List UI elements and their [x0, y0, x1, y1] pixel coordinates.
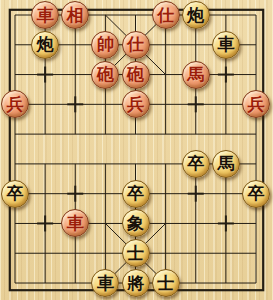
piece-red-chariot[interactable]: 車 [31, 1, 59, 29]
piece-red-king[interactable]: 帥 [91, 31, 119, 59]
piece-red-cannon[interactable]: 砲 [122, 61, 150, 89]
piece-black-cannon[interactable]: 炮 [31, 31, 59, 59]
piece-red-soldier[interactable]: 兵 [122, 90, 150, 118]
piece-black-king[interactable]: 將 [122, 269, 150, 297]
piece-black-advisor[interactable]: 士 [152, 269, 180, 297]
piece-black-cannon[interactable]: 炮 [182, 1, 210, 29]
piece-black-soldier[interactable]: 卒 [182, 150, 210, 178]
pieces-layer: 車相仕炮炮帥仕車砲砲馬兵兵兵卒馬卒卒卒車象士車將士 [0, 0, 273, 300]
piece-red-advisor[interactable]: 仕 [152, 1, 180, 29]
piece-red-elephant[interactable]: 相 [61, 1, 89, 29]
piece-black-chariot[interactable]: 車 [91, 269, 119, 297]
piece-red-soldier[interactable]: 兵 [1, 90, 29, 118]
piece-black-advisor[interactable]: 士 [122, 239, 150, 267]
piece-black-elephant[interactable]: 象 [122, 209, 150, 237]
piece-black-soldier[interactable]: 卒 [1, 180, 29, 208]
piece-black-soldier[interactable]: 卒 [122, 180, 150, 208]
xiangqi-board: 車相仕炮炮帥仕車砲砲馬兵兵兵卒馬卒卒卒車象士車將士 [0, 0, 273, 300]
piece-black-soldier[interactable]: 卒 [242, 180, 270, 208]
piece-black-chariot[interactable]: 車 [212, 31, 240, 59]
piece-black-horse[interactable]: 馬 [212, 150, 240, 178]
piece-red-horse[interactable]: 馬 [182, 61, 210, 89]
piece-red-soldier[interactable]: 兵 [242, 90, 270, 118]
piece-red-chariot[interactable]: 車 [61, 209, 89, 237]
piece-red-advisor[interactable]: 仕 [122, 31, 150, 59]
piece-red-cannon[interactable]: 砲 [91, 61, 119, 89]
